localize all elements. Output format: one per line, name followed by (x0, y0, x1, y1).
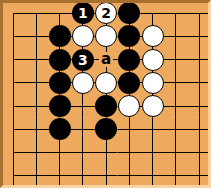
board-point (141, 141, 164, 164)
white-stone (72, 25, 94, 47)
board-point (94, 141, 117, 164)
black-stone (118, 49, 140, 71)
black-stone (49, 72, 71, 94)
board-point (25, 25, 48, 48)
move-number-label: 1 (78, 6, 88, 20)
board-point (1, 118, 24, 141)
board-point (48, 118, 71, 141)
move-number-label: 3 (78, 53, 88, 67)
board-point (71, 25, 94, 48)
white-stone (142, 25, 164, 47)
board-point (25, 71, 48, 94)
board-point (118, 48, 141, 71)
board-point (1, 25, 24, 48)
board-point (141, 71, 164, 94)
board-point (164, 71, 187, 94)
board-point: a (94, 48, 117, 71)
black-stone (118, 2, 140, 24)
board-point (48, 48, 71, 71)
black-stone (49, 25, 71, 47)
black-stone (49, 49, 71, 71)
board-point (25, 94, 48, 117)
board-point (94, 71, 117, 94)
board-point (118, 164, 141, 187)
board-point (1, 1, 24, 24)
board-point (187, 94, 210, 117)
white-stone (95, 25, 117, 47)
board-point (118, 94, 141, 117)
white-stone (142, 95, 164, 117)
go-board-diagram: 123a (0, 0, 211, 188)
black-stone (49, 95, 71, 117)
board-point (1, 48, 24, 71)
board-point (25, 164, 48, 187)
board-point (71, 118, 94, 141)
board-point (164, 48, 187, 71)
white-stone (72, 72, 94, 94)
board-point: 2 (94, 1, 117, 24)
board-point (141, 1, 164, 24)
board-point (1, 94, 24, 117)
board-point (141, 25, 164, 48)
board-point (141, 94, 164, 117)
black-stone (95, 95, 117, 117)
board-point (1, 164, 24, 187)
black-stone (95, 118, 117, 140)
board-point (1, 141, 24, 164)
board-point (94, 94, 117, 117)
board-point (71, 164, 94, 187)
board-point (164, 25, 187, 48)
board-point (118, 118, 141, 141)
board-point (71, 94, 94, 117)
board-point: 3 (71, 48, 94, 71)
board-point (25, 1, 48, 24)
board-point (164, 118, 187, 141)
white-stone (95, 72, 117, 94)
white-stone: 2 (95, 2, 117, 24)
board-point (187, 141, 210, 164)
white-stone (142, 72, 164, 94)
board-point (187, 48, 210, 71)
board-point (187, 25, 210, 48)
go-board-grid: 123a (1, 1, 210, 187)
black-stone (49, 118, 71, 140)
point-label-a: a (99, 52, 113, 67)
board-point (164, 1, 187, 24)
board-point (94, 25, 117, 48)
board-point (48, 164, 71, 187)
board-point (48, 25, 71, 48)
board-point (141, 118, 164, 141)
board-point (187, 118, 210, 141)
board-point (118, 141, 141, 164)
black-stone: 3 (72, 49, 94, 71)
board-point (71, 71, 94, 94)
board-point (141, 164, 164, 187)
board-point (25, 141, 48, 164)
board-point (187, 164, 210, 187)
move-number-label: 2 (101, 6, 111, 20)
board-point (48, 94, 71, 117)
black-stone: 1 (72, 2, 94, 24)
board-point (1, 71, 24, 94)
board-point (118, 25, 141, 48)
board-point (164, 141, 187, 164)
black-stone (118, 25, 140, 47)
board-point (48, 71, 71, 94)
board-point (118, 71, 141, 94)
board-point (71, 141, 94, 164)
board-point (164, 164, 187, 187)
board-point (25, 48, 48, 71)
board-point (118, 1, 141, 24)
board-point (25, 118, 48, 141)
board-point (164, 94, 187, 117)
board-point: 1 (71, 1, 94, 24)
white-stone (118, 95, 140, 117)
board-point (48, 1, 71, 24)
board-point (141, 48, 164, 71)
white-stone (142, 49, 164, 71)
black-stone (118, 72, 140, 94)
board-point (94, 118, 117, 141)
board-point (48, 141, 71, 164)
board-point (187, 1, 210, 24)
board-point (187, 71, 210, 94)
board-point (94, 164, 117, 187)
